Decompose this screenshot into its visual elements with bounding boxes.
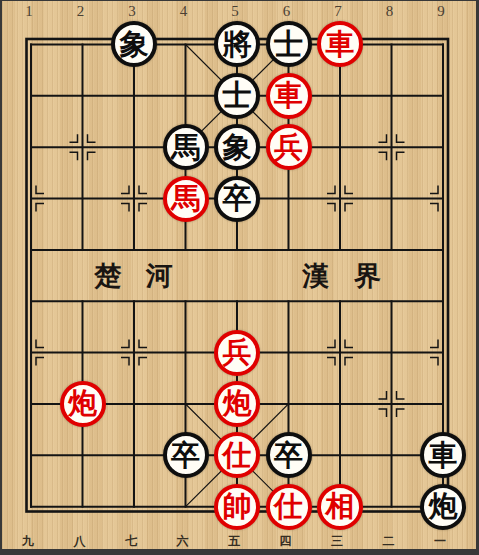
piece-red-advisor[interactable]: 仕 (214, 432, 260, 478)
piece-red-soldier[interactable]: 兵 (266, 124, 312, 170)
intersection-6-8: 卒 (263, 430, 315, 481)
intersection-7-9: 相 (314, 481, 366, 532)
intersection-5-1: 士 (211, 70, 263, 121)
intersection-5-3: 卒 (211, 173, 263, 224)
piece-black-horse[interactable]: 馬 (163, 124, 209, 170)
intersection-4-8: 卒 (160, 430, 212, 481)
file-label-top-4: 4 (180, 3, 188, 20)
file-label-top-3: 3 (128, 3, 136, 20)
intersection-9-8: 車 (417, 430, 469, 481)
piece-layer: 象將士車士車馬象兵馬卒兵炮炮卒仕卒車帥仕相炮 (5, 19, 469, 532)
piece-red-horse[interactable]: 馬 (163, 176, 209, 222)
piece-red-soldier[interactable]: 兵 (214, 330, 260, 376)
intersection-2-7: 炮 (57, 378, 109, 429)
xiangqi-board-window: 123456789 楚 河 漢 界 象將士車士車馬象兵馬卒兵炮炮卒仕卒車帥仕相炮… (0, 0, 479, 555)
intersection-5-9: 帥 (211, 481, 263, 532)
piece-black-elephant[interactable]: 象 (111, 21, 157, 67)
file-label-bottom-七: 七 (125, 533, 137, 550)
intersection-7-0: 車 (314, 19, 366, 70)
intersection-9-9: 炮 (417, 481, 469, 532)
piece-black-general[interactable]: 將 (214, 21, 260, 67)
file-label-bottom-二: 二 (383, 533, 395, 550)
intersection-5-0: 將 (211, 19, 263, 70)
piece-red-chariot[interactable]: 車 (266, 73, 312, 119)
piece-black-soldier[interactable]: 卒 (266, 432, 312, 478)
file-label-bottom-八: 八 (74, 533, 86, 550)
piece-red-cannon[interactable]: 炮 (214, 381, 260, 427)
piece-red-chariot[interactable]: 車 (317, 21, 363, 67)
file-label-bottom-九: 九 (22, 533, 34, 550)
piece-red-advisor[interactable]: 仕 (266, 484, 312, 530)
intersection-4-3: 馬 (160, 173, 212, 224)
piece-black-advisor[interactable]: 士 (214, 73, 260, 119)
intersection-5-8: 仕 (211, 430, 263, 481)
file-label-bottom-一: 一 (434, 533, 446, 550)
piece-red-general[interactable]: 帥 (214, 484, 260, 530)
file-label-top-6: 6 (283, 3, 291, 20)
intersection-6-1: 車 (263, 70, 315, 121)
piece-black-elephant[interactable]: 象 (214, 124, 260, 170)
file-label-bottom-六: 六 (177, 533, 189, 550)
file-label-top-8: 8 (386, 3, 394, 20)
piece-black-soldier[interactable]: 卒 (163, 432, 209, 478)
intersection-3-0: 象 (108, 19, 160, 70)
piece-black-chariot[interactable]: 車 (420, 432, 466, 478)
intersection-5-7: 炮 (211, 378, 263, 429)
file-label-top-1: 1 (25, 3, 33, 20)
intersection-6-9: 仕 (263, 481, 315, 532)
intersection-5-2: 象 (211, 121, 263, 172)
intersection-6-0: 士 (263, 19, 315, 70)
piece-red-cannon[interactable]: 炮 (60, 381, 106, 427)
intersection-4-2: 馬 (160, 121, 212, 172)
piece-black-cannon[interactable]: 炮 (420, 484, 466, 530)
file-label-top-2: 2 (77, 3, 85, 20)
piece-red-elephant[interactable]: 相 (317, 484, 363, 530)
piece-black-soldier[interactable]: 卒 (214, 176, 260, 222)
file-label-bottom-三: 三 (331, 533, 343, 550)
file-label-top-5: 5 (231, 3, 239, 20)
intersection-5-6: 兵 (211, 327, 263, 378)
file-label-bottom-五: 五 (228, 533, 240, 550)
piece-black-advisor[interactable]: 士 (266, 21, 312, 67)
intersection-6-2: 兵 (263, 121, 315, 172)
file-label-bottom-四: 四 (280, 533, 292, 550)
file-label-top-9: 9 (437, 3, 445, 20)
file-label-top-7: 7 (334, 3, 342, 20)
